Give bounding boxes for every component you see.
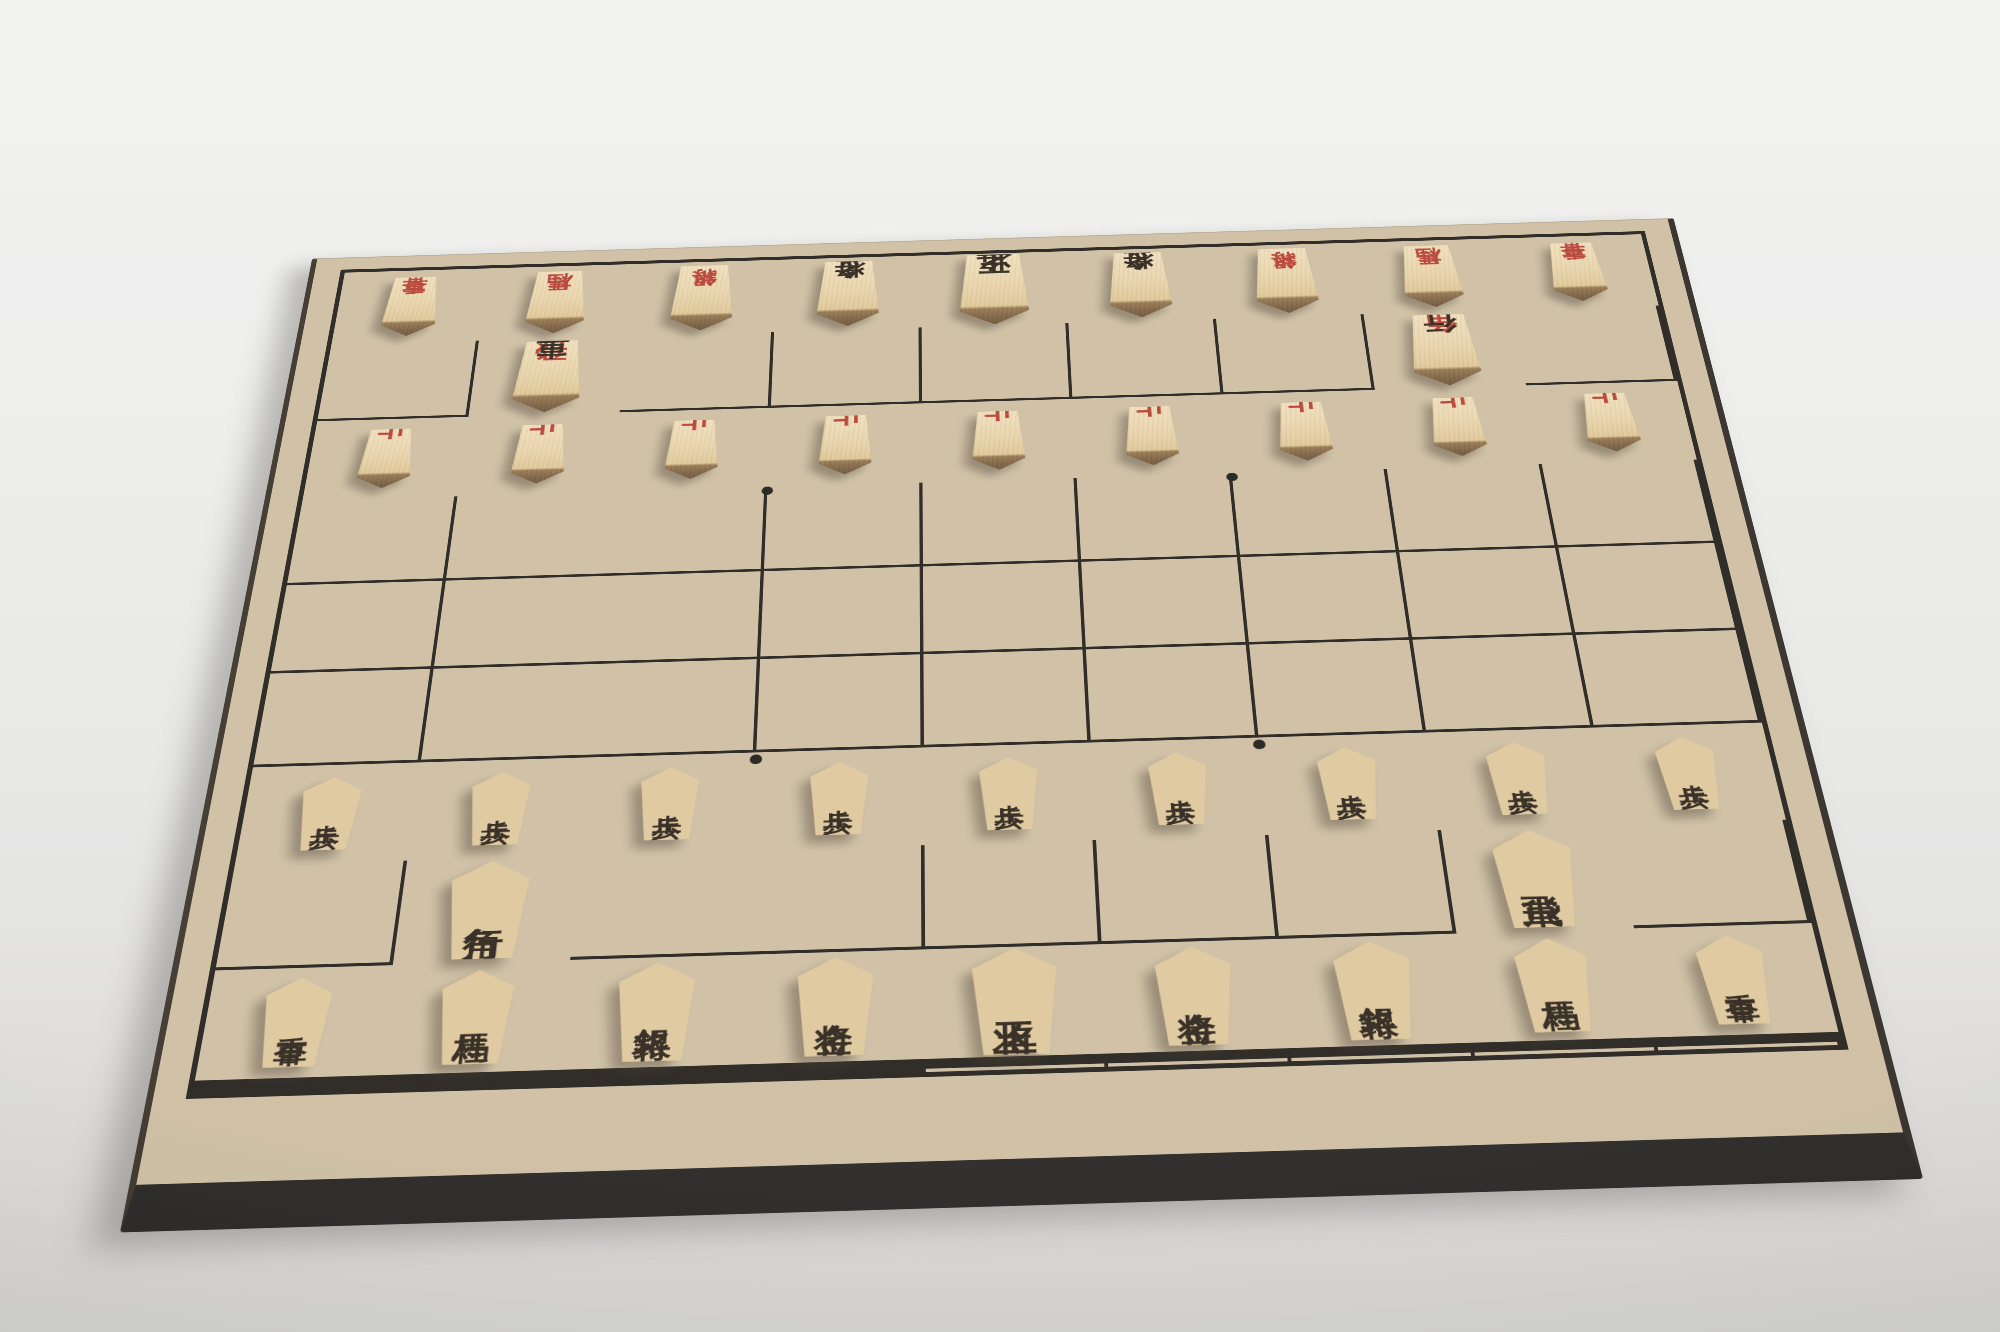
piece-slot: 歩兵 bbox=[1427, 727, 1614, 830]
photo-backdrop: { "game": "shogi", "scene": "angled over… bbox=[0, 0, 2000, 1332]
piece-kanji: 銀将 bbox=[1355, 981, 1393, 984]
piece-slot: 香車 bbox=[195, 965, 393, 1081]
shogi-piece-knight: 桂馬 bbox=[1500, 937, 1611, 1033]
piece-kanji: 歩兵 bbox=[315, 806, 345, 808]
piece-kanji: 香車 bbox=[398, 308, 424, 310]
piece-slot: 金将 bbox=[1065, 247, 1216, 323]
piece-kanji: 歩兵 bbox=[824, 791, 854, 793]
piece-kanji: 金将 bbox=[1124, 286, 1155, 288]
board-cell bbox=[1511, 306, 1677, 386]
piece-slot: 飛車 bbox=[1441, 825, 1634, 933]
board-cell bbox=[921, 323, 1073, 403]
star-point bbox=[761, 486, 773, 495]
shogi-piece-pawn: 歩 bbox=[1266, 401, 1343, 461]
board-cell bbox=[1387, 464, 1558, 552]
shogi-piece-rook: 飛車 bbox=[500, 340, 596, 414]
piece-kanji: 玉将 bbox=[993, 992, 1037, 995]
shogi-piece-silver: 銀将 bbox=[659, 264, 745, 331]
piece-shadow: 飛車 bbox=[500, 340, 596, 414]
piece-slot: 銀将 bbox=[1209, 243, 1364, 319]
piece-kanji: 銀将 bbox=[1273, 282, 1298, 284]
piece-kanji: 王将 bbox=[976, 290, 1011, 292]
shogi-piece-pawn: 歩 bbox=[1115, 406, 1189, 466]
piece-slot: 金将 bbox=[743, 949, 926, 1064]
shogi-piece-pawn: 歩兵 bbox=[1643, 736, 1736, 810]
board-cell bbox=[597, 571, 764, 664]
piece-shadow: 桂馬 bbox=[1500, 937, 1611, 1033]
board-cell bbox=[922, 478, 1081, 566]
board-cell bbox=[760, 566, 923, 659]
piece-slot: 角行 bbox=[393, 856, 580, 965]
shogi-piece-pawn: 歩 bbox=[347, 428, 426, 489]
piece-slot: 香車 bbox=[331, 268, 488, 345]
piece-slot: 香車 bbox=[1497, 234, 1659, 310]
shogi-piece-bishop: 角行 bbox=[1394, 313, 1494, 386]
shogi-piece-lance: 香車 bbox=[371, 276, 451, 337]
board-cell bbox=[446, 492, 613, 581]
piece-slot: 歩兵 bbox=[1594, 722, 1786, 824]
piece-shadow: 銀将 bbox=[601, 961, 708, 1063]
piece-slot: 歩 bbox=[612, 408, 770, 492]
piece-kanji: 歩兵 bbox=[1503, 770, 1533, 772]
shogi-piece-gold: 金将 bbox=[1142, 945, 1250, 1046]
piece-slot: 歩兵 bbox=[1259, 732, 1441, 835]
shogi-board-grid: 香車桂馬銀将金将王将金将銀将桂馬香車飛車角行歩歩歩歩歩歩歩歩歩歩兵歩兵歩兵歩兵歩… bbox=[186, 231, 1849, 1099]
piece-shadow: 歩兵 bbox=[284, 776, 373, 851]
piece-shadow: 歩兵 bbox=[970, 756, 1049, 830]
shogi-piece-rook: 飛車 bbox=[1477, 829, 1597, 929]
piece-shadow: 歩兵 bbox=[456, 771, 541, 846]
piece-shadow: 香車 bbox=[1682, 934, 1789, 1025]
board-cell bbox=[1096, 835, 1279, 944]
piece-shadow: 香車 bbox=[244, 976, 346, 1068]
piece-kanji: 歩 bbox=[674, 451, 711, 453]
board-cell bbox=[570, 850, 752, 959]
piece-shadow: 歩 bbox=[1418, 397, 1497, 457]
piece-kanji: 桂馬 bbox=[1419, 277, 1445, 279]
shogi-piece-pawn: 歩 bbox=[1570, 392, 1652, 452]
shogi-piece-lance: 香車 bbox=[244, 976, 346, 1068]
board-cell bbox=[434, 576, 605, 669]
piece-slot: 金将 bbox=[1102, 939, 1291, 1054]
board-cell bbox=[605, 487, 768, 575]
board-cell bbox=[924, 840, 1102, 949]
board-cell bbox=[1413, 635, 1595, 732]
piece-shadow: 香車 bbox=[1536, 242, 1620, 302]
shogi-piece-lance: 香車 bbox=[1536, 242, 1620, 302]
board-cell bbox=[923, 562, 1087, 655]
board-cell bbox=[771, 328, 922, 408]
piece-shadow: 歩 bbox=[501, 424, 577, 485]
piece-slot: 飛車 bbox=[468, 336, 626, 416]
piece-kanji: 角行 bbox=[468, 901, 508, 904]
shogi-piece-knight: 桂馬 bbox=[422, 969, 528, 1066]
piece-kanji: 歩 bbox=[1286, 433, 1323, 435]
board-cell bbox=[747, 845, 924, 954]
piece-shadow: 歩 bbox=[347, 428, 426, 489]
board-cell bbox=[588, 659, 760, 757]
piece-shadow: 金将 bbox=[1097, 252, 1183, 319]
piece-kanji: 香車 bbox=[1716, 971, 1749, 974]
piece-kanji: 角行 bbox=[1427, 351, 1461, 353]
piece-kanji: 桂馬 bbox=[1535, 976, 1571, 979]
shogi-piece-silver: 銀将 bbox=[1241, 247, 1330, 314]
board-cell bbox=[287, 497, 458, 586]
piece-shadow: 角行 bbox=[1394, 313, 1494, 386]
piece-slot: 歩 bbox=[1375, 385, 1542, 469]
board-cell bbox=[1614, 820, 1812, 928]
board-cell bbox=[1086, 645, 1259, 743]
shogi-piece-pawn: 歩兵 bbox=[799, 761, 877, 836]
piece-shadow: 桂馬 bbox=[422, 969, 528, 1066]
shogi-piece-pawn: 歩 bbox=[963, 410, 1034, 471]
piece-kanji: 歩 bbox=[1133, 437, 1170, 439]
piece-kanji: 歩 bbox=[1592, 424, 1629, 426]
piece-kanji: 金将 bbox=[1175, 987, 1213, 990]
piece-slot: 桂馬 bbox=[1353, 238, 1511, 314]
piece-shadow: 桂馬 bbox=[1388, 245, 1475, 308]
board-cell bbox=[756, 654, 924, 752]
shogi-piece-pawn: 歩兵 bbox=[456, 771, 541, 846]
shogi-piece-gold: 金将 bbox=[806, 260, 889, 327]
shogi-piece-pawn: 歩兵 bbox=[1306, 746, 1392, 820]
piece-slot: 歩 bbox=[767, 403, 922, 487]
piece-shadow: 香車 bbox=[371, 276, 451, 337]
piece-shadow: 歩 bbox=[810, 415, 880, 476]
piece-shadow: 歩兵 bbox=[1138, 751, 1221, 825]
piece-slot: 銀将 bbox=[560, 954, 747, 1069]
shogi-piece-pawn: 歩兵 bbox=[628, 766, 710, 841]
piece-shadow: 歩兵 bbox=[628, 766, 710, 841]
piece-kanji: 桂馬 bbox=[544, 303, 569, 305]
piece-slot: 歩兵 bbox=[924, 742, 1097, 845]
shogi-piece-silver: 銀将 bbox=[601, 961, 708, 1063]
piece-kanji: 銀将 bbox=[690, 299, 715, 301]
shogi-piece-king: 王将 bbox=[948, 253, 1041, 325]
board-cell bbox=[1558, 543, 1739, 635]
piece-shadow: 金将 bbox=[1142, 945, 1250, 1046]
shogi-piece-pawn: 歩兵 bbox=[970, 756, 1049, 830]
piece-slot: 歩兵 bbox=[579, 752, 756, 855]
shogi-piece-pawn: 歩兵 bbox=[1138, 751, 1221, 825]
piece-kanji: 歩 bbox=[1439, 428, 1476, 430]
board-cell bbox=[1216, 315, 1375, 395]
piece-slot: 歩 bbox=[922, 399, 1077, 483]
piece-shadow: 歩 bbox=[963, 410, 1034, 471]
piece-shadow: 金将 bbox=[783, 956, 885, 1057]
piece-kanji: 飛車 bbox=[531, 377, 565, 379]
board-cell bbox=[1082, 557, 1250, 650]
shogi-board: 香車桂馬銀将金将王将金将銀将桂馬香車飛車角行歩歩歩歩歩歩歩歩歩歩兵歩兵歩兵歩兵歩… bbox=[120, 218, 1923, 1232]
board-cell bbox=[1077, 474, 1240, 562]
board-cell bbox=[923, 650, 1091, 748]
shogi-piece-king: 玉将 bbox=[958, 946, 1073, 1056]
shogi-piece-lance: 香車 bbox=[1682, 934, 1789, 1025]
shogi-piece-knight: 桂馬 bbox=[514, 270, 598, 334]
piece-slot: 香車 bbox=[1634, 923, 1838, 1038]
piece-kanji: 香車 bbox=[280, 1013, 313, 1016]
board-cell bbox=[1269, 830, 1457, 939]
piece-kanji: 歩兵 bbox=[1164, 781, 1194, 783]
piece-slot: 歩兵 bbox=[235, 762, 421, 866]
piece-shadow: 王将 bbox=[948, 253, 1041, 325]
board-cell bbox=[1240, 552, 1412, 645]
board-cell bbox=[253, 669, 434, 767]
piece-shadow: 角行 bbox=[429, 860, 543, 961]
board-cell bbox=[215, 861, 407, 970]
board-cell bbox=[1249, 640, 1426, 737]
piece-kanji: 金将 bbox=[833, 294, 864, 296]
piece-slot: 角行 bbox=[1364, 310, 1526, 390]
piece-shadow: 歩 bbox=[655, 419, 728, 480]
piece-shadow: 歩兵 bbox=[799, 761, 877, 836]
shogi-piece-bishop: 角行 bbox=[429, 860, 543, 961]
piece-slot: 金将 bbox=[774, 256, 921, 332]
piece-kanji: 歩兵 bbox=[655, 796, 685, 798]
board-cell bbox=[270, 580, 445, 673]
shogi-piece-pawn: 歩 bbox=[1418, 397, 1497, 457]
piece-shadow: 玉将 bbox=[958, 946, 1073, 1056]
piece-slot: 歩 bbox=[1224, 390, 1387, 474]
piece-slot: 桂馬 bbox=[479, 264, 633, 341]
piece-shadow: 歩兵 bbox=[1474, 741, 1564, 815]
piece-slot: 歩兵 bbox=[752, 747, 924, 850]
piece-slot: 歩兵 bbox=[407, 757, 588, 860]
shogi-piece-pawn: 歩兵 bbox=[1474, 741, 1564, 815]
piece-kanji: 歩 bbox=[827, 446, 864, 448]
piece-slot: 銀将 bbox=[626, 260, 777, 337]
piece-shadow: 銀将 bbox=[659, 264, 745, 331]
board-cell bbox=[1542, 460, 1717, 548]
board-cell bbox=[421, 664, 597, 762]
piece-slot: 歩兵 bbox=[1091, 737, 1269, 840]
shogi-piece-silver: 銀将 bbox=[1319, 940, 1432, 1041]
piece-kanji: 歩 bbox=[521, 455, 558, 457]
board-cell bbox=[1232, 469, 1399, 557]
shogi-piece-pawn: 歩 bbox=[501, 424, 577, 485]
piece-slot: 玉将 bbox=[925, 944, 1108, 1059]
piece-shadow: 歩 bbox=[1266, 401, 1343, 461]
piece-kanji: 桂馬 bbox=[458, 1008, 494, 1011]
shogi-piece-knight: 桂馬 bbox=[1388, 245, 1475, 308]
piece-shadow: 歩 bbox=[1115, 406, 1189, 466]
piece-slot: 歩 bbox=[302, 417, 468, 501]
shogi-piece-pawn: 歩 bbox=[655, 419, 728, 480]
piece-slot: 歩 bbox=[1526, 381, 1697, 465]
piece-shadow: 桂馬 bbox=[514, 270, 598, 334]
board-cell bbox=[764, 483, 923, 571]
piece-shadow: 歩兵 bbox=[1306, 746, 1392, 820]
shogi-piece-pawn: 歩 bbox=[810, 415, 880, 476]
board-cell bbox=[317, 341, 479, 421]
shogi-piece-gold: 金将 bbox=[1097, 252, 1183, 319]
shogi-piece-pawn: 歩兵 bbox=[284, 776, 373, 851]
piece-kanji: 飛車 bbox=[1515, 870, 1555, 873]
piece-slot: 歩 bbox=[1073, 394, 1232, 478]
piece-kanji: 銀将 bbox=[637, 1003, 675, 1006]
board-cell bbox=[1399, 547, 1575, 639]
piece-kanji: 歩兵 bbox=[1333, 775, 1363, 777]
piece-kanji: 歩兵 bbox=[485, 801, 515, 803]
piece-slot: 歩 bbox=[457, 412, 619, 496]
piece-shadow: 歩兵 bbox=[1643, 736, 1736, 810]
piece-kanji: 歩兵 bbox=[1672, 765, 1702, 767]
piece-kanji: 歩 bbox=[367, 460, 404, 462]
shogi-piece-gold: 金将 bbox=[783, 956, 885, 1057]
board-cell bbox=[1069, 319, 1224, 399]
board-scene: 香車桂馬銀将金将王将金将銀将桂馬香車飛車角行歩歩歩歩歩歩歩歩歩歩兵歩兵歩兵歩兵歩… bbox=[77, 0, 1923, 1232]
piece-slot: 王将 bbox=[921, 251, 1069, 327]
piece-shadow: 金将 bbox=[806, 260, 889, 327]
board-cell bbox=[619, 332, 773, 412]
piece-kanji: 歩兵 bbox=[994, 786, 1024, 788]
piece-kanji: 歩 bbox=[980, 442, 1017, 444]
piece-kanji: 香車 bbox=[1565, 273, 1591, 275]
piece-slot: 銀将 bbox=[1279, 933, 1473, 1048]
piece-shadow: 飛車 bbox=[1477, 829, 1597, 929]
piece-shadow: 銀将 bbox=[1319, 940, 1432, 1041]
piece-slot: 桂馬 bbox=[1457, 928, 1656, 1043]
piece-shadow: 歩 bbox=[1570, 392, 1652, 452]
piece-shadow: 銀将 bbox=[1241, 247, 1330, 314]
piece-kanji: 金将 bbox=[816, 997, 854, 1000]
board-cell bbox=[1576, 630, 1762, 727]
piece-slot: 桂馬 bbox=[377, 960, 570, 1076]
